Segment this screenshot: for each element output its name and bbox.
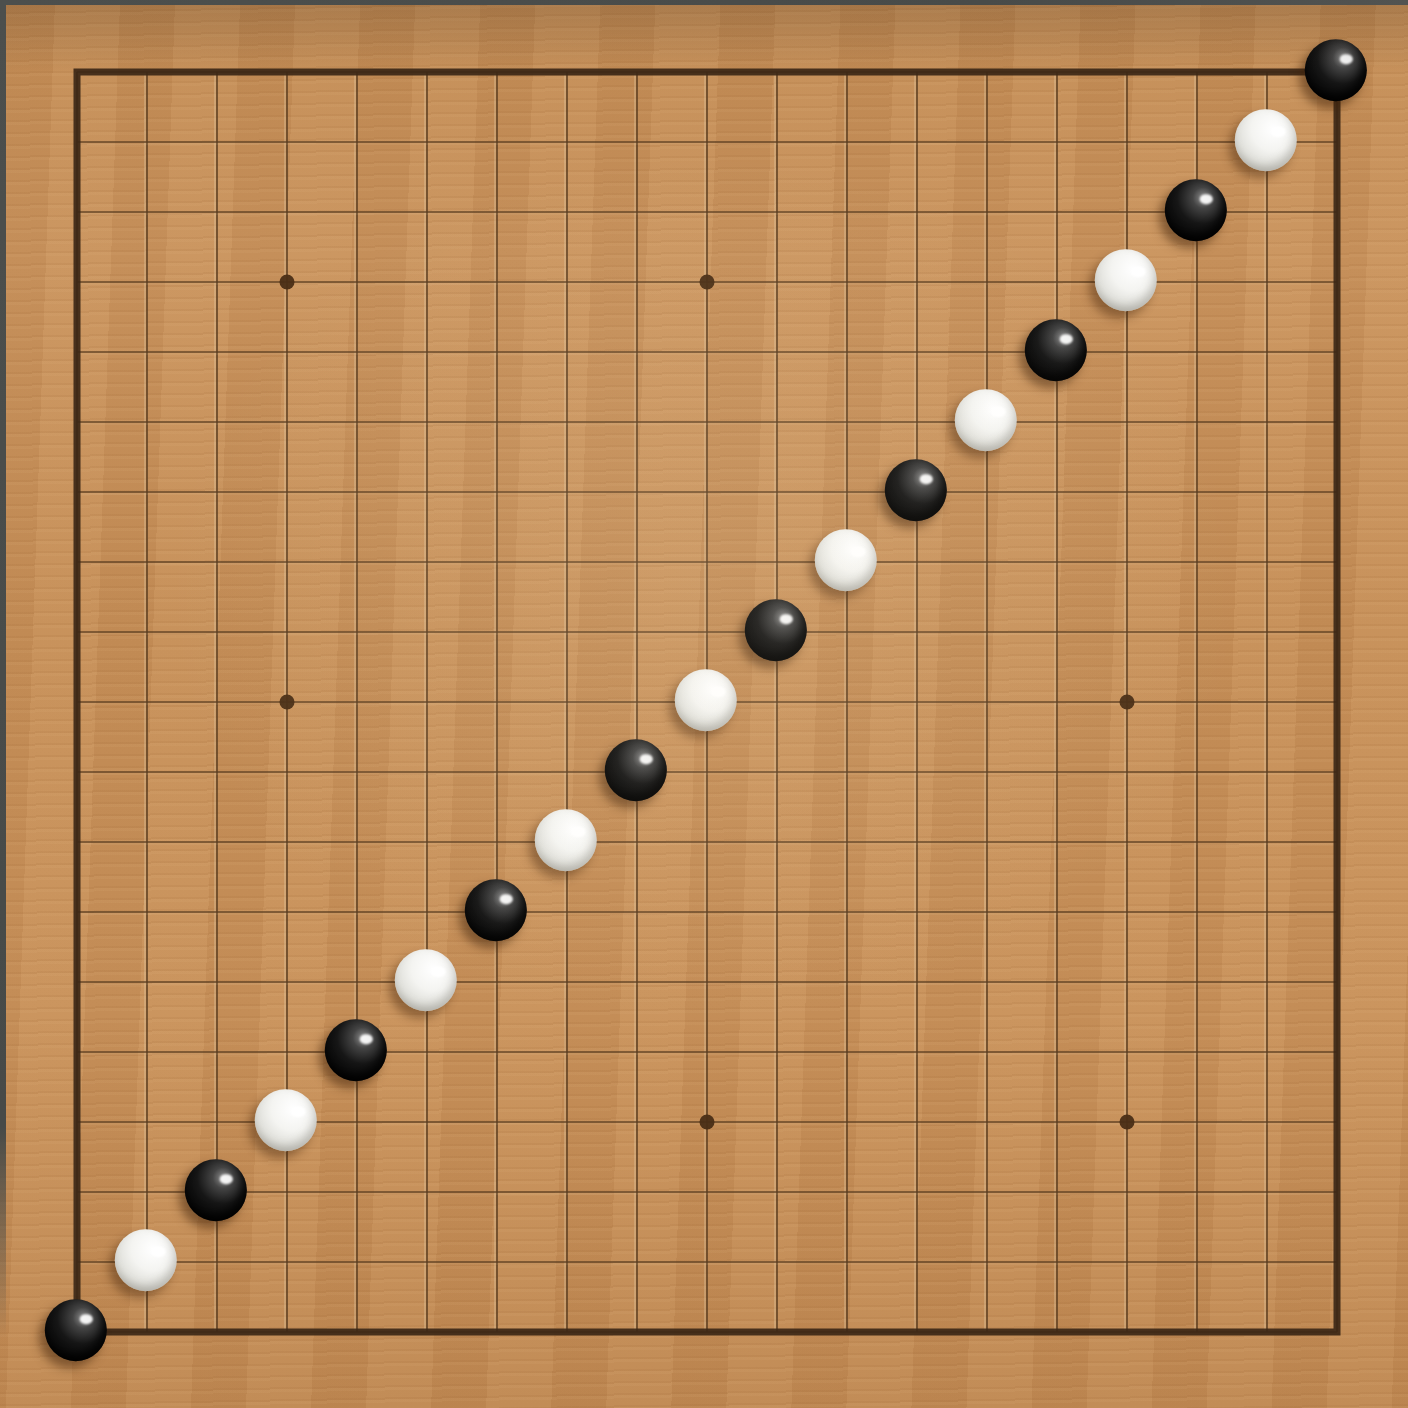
stone-layer xyxy=(0,0,1408,1408)
stone-glint xyxy=(1199,194,1212,204)
stone-glint xyxy=(151,1246,166,1257)
white-stone[interactable] xyxy=(1095,249,1157,311)
go-board-photo xyxy=(0,0,1408,1408)
stone-glint xyxy=(991,406,1006,417)
stone-glint xyxy=(1271,126,1286,137)
white-stone[interactable] xyxy=(815,529,877,591)
stone-glint xyxy=(1131,266,1146,277)
white-stone[interactable] xyxy=(535,809,597,871)
stone-glint xyxy=(851,546,866,557)
black-stone[interactable] xyxy=(745,599,807,661)
white-stone[interactable] xyxy=(395,949,457,1011)
stone-glint xyxy=(431,966,446,977)
white-stone[interactable] xyxy=(675,669,737,731)
black-stone[interactable] xyxy=(605,739,667,801)
white-stone[interactable] xyxy=(1235,109,1297,171)
stone-glint xyxy=(779,614,792,624)
stone-glint xyxy=(359,1034,372,1044)
black-stone[interactable] xyxy=(1165,179,1227,241)
stone-glint xyxy=(291,1106,306,1117)
black-stone[interactable] xyxy=(885,459,947,521)
stone-glint xyxy=(79,1314,92,1324)
stone-glint xyxy=(1059,334,1072,344)
black-stone[interactable] xyxy=(325,1019,387,1081)
black-stone[interactable] xyxy=(185,1159,247,1221)
white-stone[interactable] xyxy=(255,1089,317,1151)
stone-glint xyxy=(1339,54,1352,64)
stone-glint xyxy=(639,754,652,764)
black-stone[interactable] xyxy=(45,1299,107,1361)
black-stone[interactable] xyxy=(465,879,527,941)
stone-glint xyxy=(571,826,586,837)
black-stone[interactable] xyxy=(1305,39,1367,101)
white-stone[interactable] xyxy=(115,1229,177,1291)
stone-glint xyxy=(919,474,932,484)
stone-glint xyxy=(711,686,726,697)
black-stone[interactable] xyxy=(1025,319,1087,381)
white-stone[interactable] xyxy=(955,389,1017,451)
stone-glint xyxy=(499,894,512,904)
stone-glint xyxy=(219,1174,232,1184)
